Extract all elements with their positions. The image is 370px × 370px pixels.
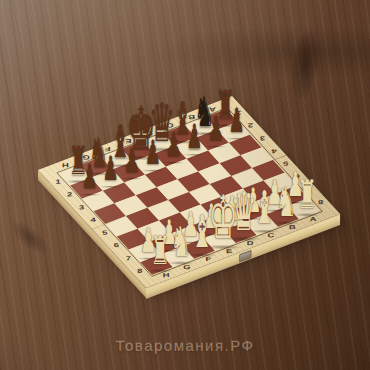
piece-bP[interactable]: ♟ <box>144 136 161 170</box>
piece-wN[interactable]: ♞ <box>275 181 296 223</box>
piece-wR[interactable]: ♜ <box>297 175 316 214</box>
watermark: Товаромания.РФ <box>115 337 254 354</box>
piece-bP[interactable]: ♟ <box>207 112 224 146</box>
chess-board[interactable]: HGFEDCBAHGFEDCBA1234567812345678♜♞♝♚♛♝♞♜… <box>38 96 340 288</box>
piece-bP[interactable]: ♟ <box>165 128 182 162</box>
wood-knot <box>287 29 322 102</box>
rank-label: 5 <box>102 230 107 236</box>
rank-label: 8 <box>137 268 142 274</box>
piece-bP[interactable]: ♟ <box>123 144 140 178</box>
wood-knot <box>5 215 55 261</box>
rank-label-far: 4 <box>271 148 276 154</box>
piece-bP[interactable]: ♟ <box>82 160 99 194</box>
rank-label-far: 2 <box>248 123 253 129</box>
rank-label: 2 <box>67 192 72 198</box>
rank-label-far: 8 <box>318 199 323 205</box>
rank-label: 3 <box>78 204 83 210</box>
piece-bP[interactable]: ♟ <box>186 120 203 154</box>
piece-bP[interactable]: ♟ <box>103 152 120 186</box>
rank-label: 6 <box>113 242 118 248</box>
rank-label: 4 <box>90 217 95 223</box>
piece-bP[interactable]: ♟ <box>228 104 245 138</box>
rank-label: 1 <box>55 179 60 185</box>
rank-label-far: 3 <box>259 135 264 141</box>
rank-label: 7 <box>125 255 130 261</box>
